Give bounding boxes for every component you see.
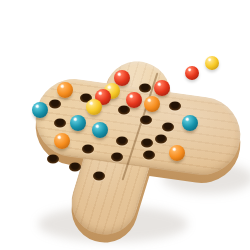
board-hole[interactable] (69, 163, 81, 172)
orange-marble[interactable] (144, 96, 160, 112)
yellow-marble-loose[interactable] (205, 56, 219, 70)
red-marble-loose[interactable] (185, 66, 199, 80)
teal-marble[interactable] (182, 115, 198, 131)
red-marble[interactable] (154, 80, 170, 96)
yellow-marble[interactable] (86, 99, 102, 115)
teal-marble[interactable] (70, 115, 86, 131)
board-hole[interactable] (116, 137, 128, 146)
teal-marble[interactable] (92, 122, 108, 138)
orange-marble[interactable] (169, 145, 185, 161)
board-hole[interactable] (141, 139, 153, 148)
board-hole[interactable] (47, 155, 59, 164)
board-hole[interactable] (54, 119, 66, 128)
orange-marble[interactable] (54, 133, 70, 149)
board-hole[interactable] (143, 151, 155, 160)
orange-marble[interactable] (57, 82, 73, 98)
board-hole[interactable] (111, 153, 123, 162)
board-hole[interactable] (155, 135, 167, 144)
board-hole[interactable] (49, 100, 61, 109)
board-hole[interactable] (139, 84, 151, 93)
red-marble[interactable] (126, 92, 142, 108)
board-hole[interactable] (140, 116, 152, 125)
board-hole[interactable] (118, 106, 130, 115)
teal-marble[interactable] (32, 102, 48, 118)
board-hole[interactable] (82, 145, 94, 154)
board-hole[interactable] (162, 123, 174, 132)
photo-scene (0, 0, 250, 250)
board-hole[interactable] (93, 172, 105, 181)
board-hole[interactable] (169, 102, 181, 111)
